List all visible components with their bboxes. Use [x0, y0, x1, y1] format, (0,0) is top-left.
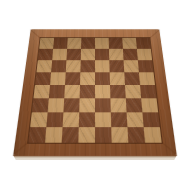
square-b2: [46, 112, 63, 127]
square-c6: [66, 60, 81, 72]
board-frame: [13, 29, 177, 156]
board-squares-grid: [28, 38, 161, 143]
square-d5: [80, 72, 95, 85]
square-h1: [144, 127, 162, 143]
square-f7: [109, 49, 124, 61]
square-b1: [45, 127, 63, 143]
square-g1: [127, 127, 145, 143]
square-a8: [39, 38, 54, 49]
square-d1: [78, 127, 95, 143]
square-a2: [30, 112, 48, 127]
square-b6: [51, 60, 66, 72]
square-e7: [95, 49, 109, 61]
square-a5: [35, 72, 51, 85]
square-h6: [138, 60, 154, 72]
square-a4: [33, 85, 50, 98]
square-a7: [38, 49, 53, 61]
square-b4: [49, 85, 65, 98]
square-f6: [109, 60, 124, 72]
square-e2: [95, 112, 111, 127]
square-g5: [124, 72, 140, 85]
square-a1: [28, 127, 46, 143]
frame-miter-joint-bottom-right: [161, 141, 178, 156]
square-g3: [126, 98, 143, 112]
square-c1: [62, 127, 79, 143]
square-b5: [50, 72, 66, 85]
square-c8: [67, 38, 81, 49]
chess-board: [13, 29, 177, 156]
frame-miter-joint-top-right: [149, 29, 160, 38]
square-d8: [81, 38, 95, 49]
square-c4: [64, 85, 80, 98]
square-f1: [111, 127, 128, 143]
square-c2: [63, 112, 80, 127]
square-e4: [95, 85, 110, 98]
chessboard-photo: [0, 0, 190, 190]
square-g6: [124, 60, 139, 72]
square-f8: [109, 38, 123, 49]
square-c5: [65, 72, 80, 85]
square-e3: [95, 98, 111, 112]
square-c7: [66, 49, 81, 61]
square-f5: [110, 72, 125, 85]
square-f4: [110, 85, 126, 98]
square-e1: [95, 127, 112, 143]
square-d2: [79, 112, 95, 127]
square-g2: [127, 112, 144, 127]
square-h8: [136, 38, 151, 49]
square-h2: [142, 112, 160, 127]
square-d6: [80, 60, 95, 72]
square-d7: [81, 49, 95, 61]
square-a3: [32, 98, 49, 112]
square-b3: [48, 98, 65, 112]
square-a6: [36, 60, 52, 72]
square-g4: [125, 85, 141, 98]
square-d3: [79, 98, 95, 112]
square-e6: [95, 60, 110, 72]
square-g8: [122, 38, 137, 49]
square-h4: [140, 85, 157, 98]
square-e8: [95, 38, 109, 49]
square-h5: [139, 72, 155, 85]
frame-miter-joint-bottom-left: [12, 141, 29, 156]
square-h7: [137, 49, 152, 61]
square-c3: [63, 98, 79, 112]
square-b7: [52, 49, 67, 61]
square-e5: [95, 72, 110, 85]
square-h3: [141, 98, 158, 112]
square-g7: [123, 49, 138, 61]
square-b8: [53, 38, 68, 49]
square-f3: [110, 98, 126, 112]
square-d4: [80, 85, 95, 98]
square-f2: [111, 112, 128, 127]
